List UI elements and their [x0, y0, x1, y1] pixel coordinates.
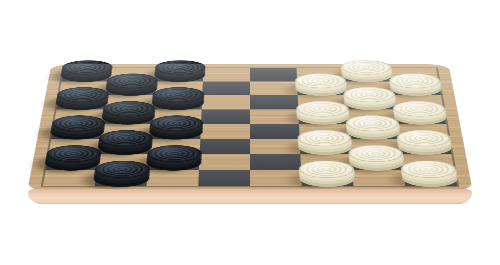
square-r3c4 [202, 95, 250, 109]
white-piece-r1c7 [340, 60, 392, 74]
square-r5c4 [200, 124, 250, 139]
square-r7c5 [250, 154, 301, 170]
square-r8c7 [352, 170, 405, 186]
square-r6c5 [250, 139, 300, 154]
square-r8c4 [198, 170, 250, 186]
board-frame [27, 64, 472, 191]
white-piece-r3c7 [343, 87, 396, 102]
square-r2c5 [250, 81, 298, 95]
square-r7c4 [199, 154, 250, 170]
square-r1c4 [203, 68, 250, 81]
square-r8c1 [43, 170, 97, 186]
white-piece-r7c7 [348, 145, 404, 162]
board-front-edge [28, 189, 472, 204]
checkers-board [27, 64, 472, 191]
white-piece-r8c6 [299, 161, 355, 178]
square-r1c5 [250, 68, 297, 81]
square-r2c4 [202, 81, 250, 95]
square-r8c5 [250, 170, 302, 186]
white-piece-r4c6 [296, 101, 349, 117]
square-r5c5 [250, 124, 300, 139]
square-r4c4 [201, 109, 250, 124]
square-r4c5 [250, 109, 299, 124]
white-piece-r5c7 [345, 115, 400, 131]
square-r8c3 [146, 170, 198, 186]
square-r3c5 [250, 95, 298, 109]
board-grid [43, 68, 457, 186]
square-r6c4 [200, 139, 250, 154]
product-photo-scene [0, 0, 500, 265]
white-piece-r2c6 [295, 73, 347, 88]
white-piece-r6c6 [297, 130, 352, 146]
